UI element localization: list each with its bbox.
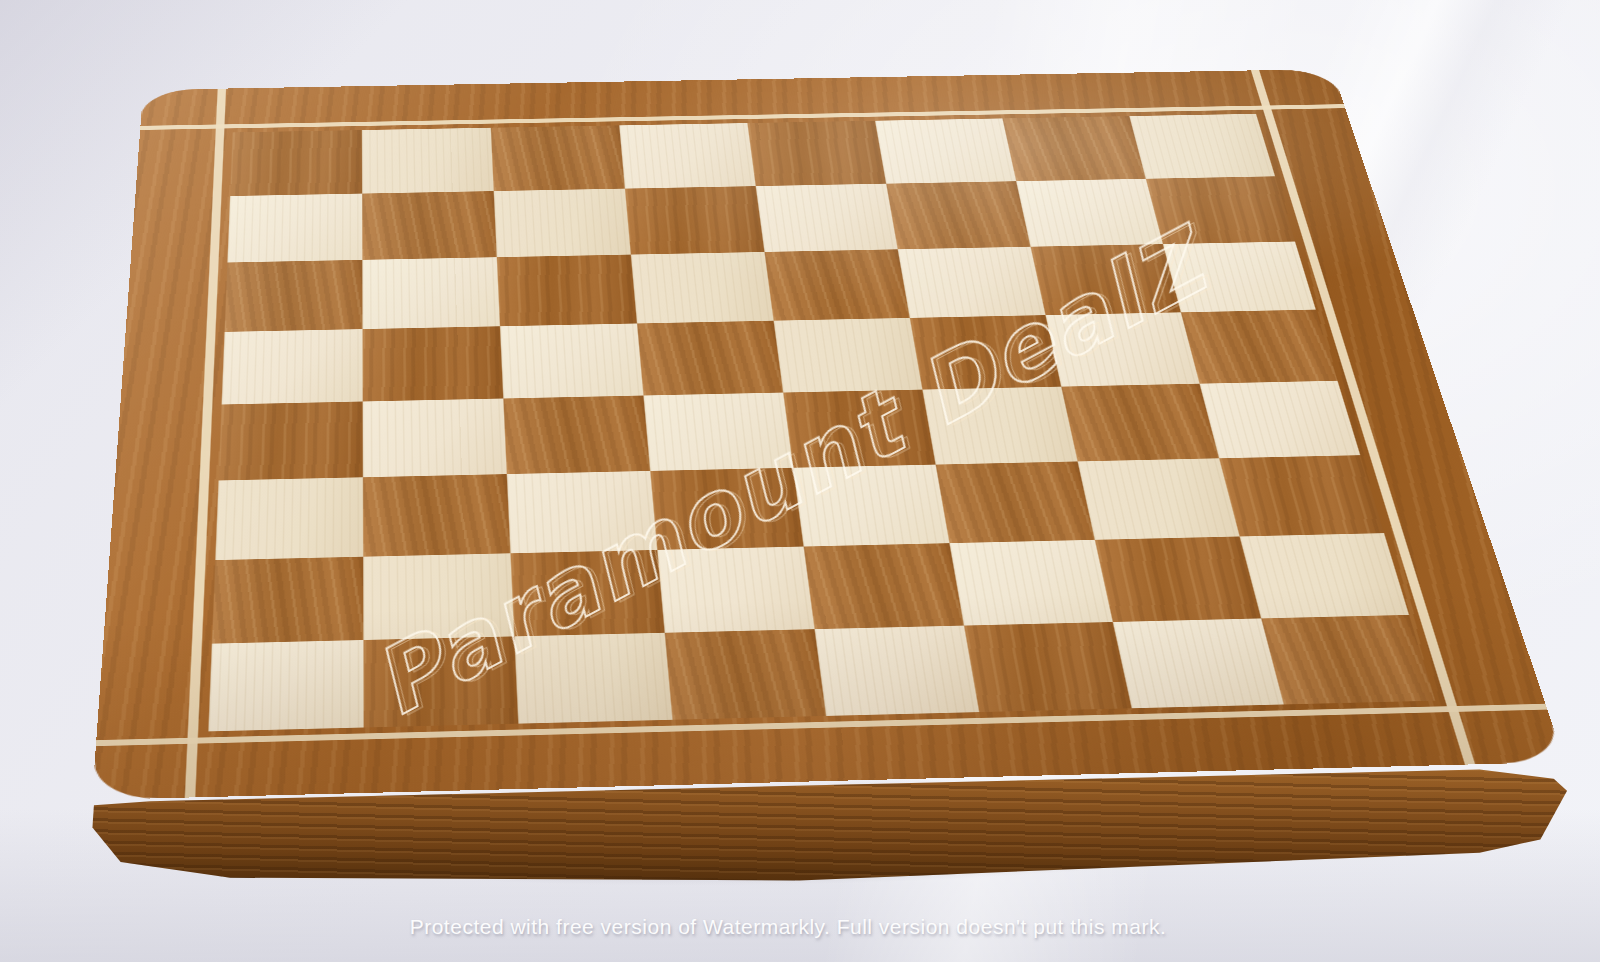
square-r6c6 — [936, 461, 1095, 543]
square-r1c1 — [230, 130, 362, 196]
square-r8c2 — [363, 636, 518, 727]
square-r2c5 — [756, 184, 898, 252]
square-r4c4 — [637, 321, 783, 396]
square-r2c8 — [1146, 176, 1295, 244]
square-r6c1 — [215, 477, 363, 560]
square-r5c8 — [1200, 381, 1361, 459]
square-r4c3 — [500, 323, 643, 398]
square-r3c5 — [765, 249, 910, 320]
square-r1c6 — [875, 118, 1016, 183]
square-r7c3 — [510, 550, 664, 636]
square-r6c7 — [1078, 458, 1240, 540]
square-r3c3 — [497, 255, 637, 327]
square-r8c6 — [964, 622, 1132, 712]
square-r4c1 — [222, 329, 363, 404]
square-r5c1 — [219, 401, 363, 480]
square-r3c7 — [1031, 244, 1181, 315]
square-r7c1 — [212, 557, 363, 644]
square-r2c6 — [886, 181, 1030, 249]
chess-board — [92, 69, 1565, 800]
square-r6c5 — [793, 465, 949, 547]
square-r3c2 — [362, 257, 500, 329]
square-r8c7 — [1113, 618, 1284, 708]
square-r7c7 — [1095, 536, 1261, 622]
square-r5c6 — [922, 387, 1077, 465]
square-r5c3 — [503, 396, 650, 475]
square-r6c8 — [1219, 455, 1384, 536]
watermarkly-notice: Protected with free version of Watermark… — [410, 915, 1167, 939]
square-r5c7 — [1061, 384, 1219, 462]
square-r7c6 — [949, 540, 1112, 626]
square-r5c2 — [363, 398, 507, 477]
square-r2c1 — [227, 194, 362, 263]
square-r1c3 — [491, 125, 625, 191]
square-r4c2 — [363, 326, 504, 401]
square-r1c4 — [619, 123, 755, 189]
square-r1c8 — [1129, 114, 1275, 179]
square-r3c1 — [225, 260, 363, 332]
square-r2c4 — [625, 186, 765, 254]
square-r8c1 — [208, 640, 363, 731]
square-r3c8 — [1163, 242, 1316, 313]
square-r4c8 — [1181, 310, 1338, 384]
square-r5c4 — [643, 393, 793, 471]
playing-field — [208, 114, 1435, 732]
square-r7c8 — [1240, 533, 1409, 618]
square-r6c2 — [363, 474, 511, 557]
square-r5c5 — [783, 390, 935, 468]
square-r8c5 — [815, 626, 980, 716]
square-r7c2 — [363, 553, 514, 640]
square-r7c4 — [657, 547, 814, 633]
square-r1c5 — [747, 121, 886, 186]
square-r7c5 — [804, 543, 964, 629]
square-r6c3 — [507, 471, 657, 553]
square-r1c7 — [1002, 116, 1145, 181]
square-r3c6 — [898, 247, 1046, 318]
square-r2c2 — [362, 191, 497, 260]
square-r4c7 — [1046, 312, 1200, 386]
square-r2c7 — [1016, 179, 1163, 247]
square-r2c3 — [494, 189, 631, 258]
chessboard-product-photo: Paramount DealZ Paramount DealZ Protecte… — [0, 0, 1600, 962]
square-r8c8 — [1261, 615, 1435, 705]
square-r8c3 — [514, 633, 672, 724]
square-r1c2 — [362, 128, 494, 194]
square-r4c5 — [774, 318, 923, 393]
square-r3c4 — [631, 252, 774, 324]
square-r8c4 — [665, 629, 826, 720]
square-r6c4 — [650, 468, 803, 550]
square-r4c6 — [910, 315, 1061, 389]
